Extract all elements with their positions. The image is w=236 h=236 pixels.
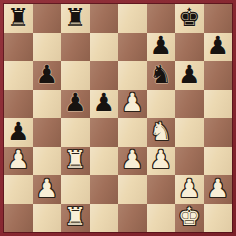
white-rook[interactable]: ♜ (64, 204, 86, 229)
square-e4[interactable] (118, 118, 147, 147)
square-f1[interactable] (147, 204, 176, 233)
white-pawn[interactable]: ♟ (121, 147, 143, 172)
square-b5[interactable] (33, 90, 62, 119)
square-g8[interactable]: ♚ (175, 4, 204, 33)
white-knight[interactable]: ♞ (150, 119, 172, 144)
white-rook[interactable]: ♜ (64, 147, 86, 172)
black-pawn[interactable]: ♟ (207, 33, 229, 58)
square-h6[interactable] (204, 61, 233, 90)
black-pawn[interactable]: ♟ (7, 119, 29, 144)
square-d6[interactable] (90, 61, 119, 90)
square-g5[interactable] (175, 90, 204, 119)
square-e6[interactable] (118, 61, 147, 90)
square-g4[interactable] (175, 118, 204, 147)
square-b6[interactable]: ♟ (33, 61, 62, 90)
square-g3[interactable] (175, 147, 204, 176)
white-pawn[interactable]: ♟ (178, 176, 200, 201)
chess-board: ♜♜♚♟♟♟♞♟♟♟♟♟♞♟♜♟♟♟♟♟♜♚ (4, 4, 232, 232)
white-pawn[interactable]: ♟ (121, 90, 143, 115)
square-e2[interactable] (118, 175, 147, 204)
square-c6[interactable] (61, 61, 90, 90)
square-d4[interactable] (90, 118, 119, 147)
square-h3[interactable] (204, 147, 233, 176)
white-pawn[interactable]: ♟ (7, 147, 29, 172)
square-d8[interactable] (90, 4, 119, 33)
square-h4[interactable] (204, 118, 233, 147)
square-a4[interactable]: ♟ (4, 118, 33, 147)
black-rook[interactable]: ♜ (64, 5, 86, 30)
square-d1[interactable] (90, 204, 119, 233)
square-b2[interactable]: ♟ (33, 175, 62, 204)
square-g6[interactable]: ♟ (175, 61, 204, 90)
black-pawn[interactable]: ♟ (64, 90, 86, 115)
square-d2[interactable] (90, 175, 119, 204)
square-c4[interactable] (61, 118, 90, 147)
square-c3[interactable]: ♜ (61, 147, 90, 176)
square-e5[interactable]: ♟ (118, 90, 147, 119)
square-a8[interactable]: ♜ (4, 4, 33, 33)
square-f7[interactable]: ♟ (147, 33, 176, 62)
white-pawn[interactable]: ♟ (207, 176, 229, 201)
square-g7[interactable] (175, 33, 204, 62)
square-f3[interactable]: ♟ (147, 147, 176, 176)
square-b8[interactable] (33, 4, 62, 33)
square-f5[interactable] (147, 90, 176, 119)
square-d3[interactable] (90, 147, 119, 176)
square-h7[interactable]: ♟ (204, 33, 233, 62)
square-b4[interactable] (33, 118, 62, 147)
white-pawn[interactable]: ♟ (150, 147, 172, 172)
square-f2[interactable] (147, 175, 176, 204)
square-a3[interactable]: ♟ (4, 147, 33, 176)
square-d5[interactable]: ♟ (90, 90, 119, 119)
square-e8[interactable] (118, 4, 147, 33)
square-b3[interactable] (33, 147, 62, 176)
square-e1[interactable] (118, 204, 147, 233)
square-g2[interactable]: ♟ (175, 175, 204, 204)
square-f8[interactable] (147, 4, 176, 33)
square-f6[interactable]: ♞ (147, 61, 176, 90)
square-c7[interactable] (61, 33, 90, 62)
square-c1[interactable]: ♜ (61, 204, 90, 233)
board-frame: ♜♜♚♟♟♟♞♟♟♟♟♟♞♟♜♟♟♟♟♟♜♚ (0, 0, 236, 236)
white-pawn[interactable]: ♟ (36, 176, 58, 201)
square-b1[interactable] (33, 204, 62, 233)
square-c5[interactable]: ♟ (61, 90, 90, 119)
square-g1[interactable]: ♚ (175, 204, 204, 233)
square-e3[interactable]: ♟ (118, 147, 147, 176)
white-king[interactable]: ♚ (178, 204, 200, 229)
square-a7[interactable] (4, 33, 33, 62)
square-d7[interactable] (90, 33, 119, 62)
black-pawn[interactable]: ♟ (150, 33, 172, 58)
black-rook[interactable]: ♜ (7, 5, 29, 30)
black-knight[interactable]: ♞ (150, 62, 172, 87)
square-f4[interactable]: ♞ (147, 118, 176, 147)
square-a2[interactable] (4, 175, 33, 204)
black-king[interactable]: ♚ (178, 5, 200, 30)
black-pawn[interactable]: ♟ (178, 62, 200, 87)
square-h8[interactable] (204, 4, 233, 33)
black-pawn[interactable]: ♟ (36, 62, 58, 87)
square-b7[interactable] (33, 33, 62, 62)
square-c2[interactable] (61, 175, 90, 204)
square-h1[interactable] (204, 204, 233, 233)
black-pawn[interactable]: ♟ (93, 90, 115, 115)
square-h5[interactable] (204, 90, 233, 119)
square-a1[interactable] (4, 204, 33, 233)
square-a5[interactable] (4, 90, 33, 119)
square-e7[interactable] (118, 33, 147, 62)
square-c8[interactable]: ♜ (61, 4, 90, 33)
square-a6[interactable] (4, 61, 33, 90)
square-h2[interactable]: ♟ (204, 175, 233, 204)
